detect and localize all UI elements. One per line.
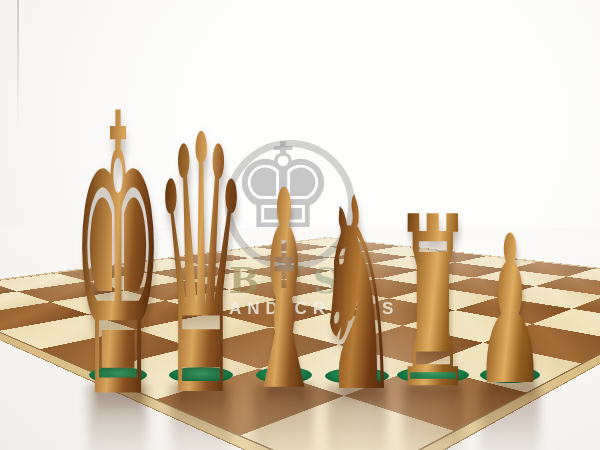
piece-pawn: ♟ xyxy=(475,210,546,415)
wall-crease-line xyxy=(17,0,19,130)
piece-knight: ♞ xyxy=(315,163,400,429)
product-photo-scene: ♚ B S HANDICRAFTS ♚♛♝♞♜♟ xyxy=(0,0,600,450)
piece-bishop: ♝ xyxy=(245,154,323,428)
piece-king: ♚ xyxy=(72,64,164,450)
piece-queen: ♛ xyxy=(153,89,248,445)
piece-rook: ♜ xyxy=(393,186,473,421)
